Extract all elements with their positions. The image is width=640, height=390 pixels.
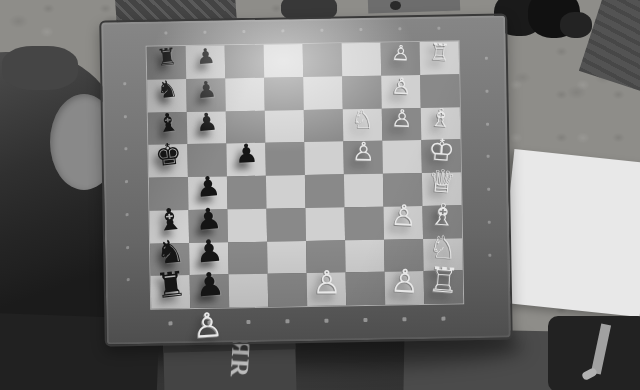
white-pawn-h2: ♙ — [390, 43, 410, 65]
photo-scene: ЯR ♜♟♞♟♝♟♚♟♟♝♟♞♟♜♟♖♙♙♗♙♘♔♙♕♗♙♘♖♙♙♙ — [0, 0, 640, 390]
book: ЯR — [163, 340, 297, 390]
black-pawn-e6: ♟ — [234, 140, 259, 167]
black-knight-b8: ♞ — [154, 235, 186, 270]
black-rook-h8: ♜ — [155, 45, 178, 70]
black-pawn-b7: ♟ — [194, 235, 224, 268]
white-bishop-f1: ♗ — [428, 105, 452, 132]
white-pawn-g2: ♙ — [390, 75, 411, 99]
white-knight-b1: ♘ — [427, 231, 458, 265]
black-bishop-c8: ♝ — [154, 204, 184, 237]
small-object — [390, 1, 401, 10]
captured-pieces-cluster — [560, 12, 592, 38]
black-rook-a8: ♜ — [153, 266, 187, 303]
black-bishop-f8: ♝ — [155, 109, 180, 137]
white-king-e1: ♔ — [427, 134, 456, 166]
white-queen-d1: ♕ — [426, 165, 456, 198]
white-pawn-a4: ♙ — [312, 266, 341, 298]
white-pawn-a2: ♙ — [389, 264, 419, 298]
black-pawn-f7: ♟ — [195, 109, 219, 135]
white-rook-h1: ♖ — [428, 41, 450, 65]
black-king-e8: ♚ — [153, 138, 183, 171]
white-pawn-c2: ♙ — [389, 201, 416, 231]
white-pawn-e3: ♙ — [351, 139, 375, 165]
black-pawn-c7: ♟ — [194, 204, 222, 235]
black-pawn-d7: ♟ — [194, 172, 221, 201]
white-knight-f3: ♘ — [351, 106, 374, 132]
white-bishop-c1: ♗ — [428, 199, 457, 231]
black-pawn-a7: ♟ — [194, 267, 225, 302]
black-pawn-h7: ♟ — [195, 46, 216, 69]
piece-layer: ♜♟♞♟♝♟♚♟♟♝♟♞♟♜♟♖♙♙♗♙♘♔♙♕♗♙♘♖♙♙♙ — [101, 15, 511, 344]
paper-sheet — [498, 149, 640, 317]
black-pawn-g7: ♟ — [195, 78, 217, 102]
armchair-knob — [2, 46, 78, 90]
white-pawn-f2: ♙ — [390, 106, 413, 131]
chess-board: ♜♟♞♟♝♟♚♟♟♝♟♞♟♜♟♖♙♙♗♙♘♔♙♕♗♙♘♖♙♙♙ — [99, 13, 513, 346]
black-knight-g8: ♞ — [155, 77, 179, 103]
white-rook-a1: ♖ — [427, 262, 460, 298]
captured-white-pawn: ♙ — [191, 307, 224, 343]
